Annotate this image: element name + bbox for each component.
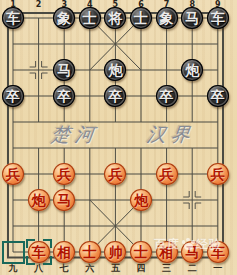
piece-red-cannon[interactable]: 炮 (130, 189, 152, 211)
piece-glyph: 卒 (160, 85, 174, 107)
piece-glyph: 兵 (6, 163, 20, 185)
piece-glyph: 士 (83, 7, 97, 29)
piece-glyph: 兵 (108, 163, 122, 185)
piece-glyph: 车 (6, 7, 20, 29)
piece-glyph: 炮 (32, 189, 46, 211)
file-label-bottom: 二 (186, 264, 198, 273)
xiangqi-board: 123456789 九八七六五四三二一 楚河 汉界 车象士将士象马车马炮炮卒卒卒… (0, 0, 237, 275)
watermark: 百度 经验 (154, 237, 222, 251)
piece-glyph: 马 (57, 59, 71, 81)
paw-icon (181, 238, 195, 251)
piece-glyph: 炮 (185, 59, 199, 81)
piece-black-chariot[interactable]: 车 (2, 7, 24, 29)
piece-black-soldier[interactable]: 卒 (207, 85, 229, 107)
file-label-bottom: 四 (135, 264, 147, 273)
river-label-han: 汉界 (138, 122, 205, 146)
last-move-from-marker (2, 241, 25, 264)
piece-glyph: 士 (83, 241, 97, 263)
piece-black-chariot[interactable]: 车 (207, 7, 229, 29)
piece-glyph: 将 (108, 7, 122, 29)
piece-black-soldier[interactable]: 卒 (156, 85, 178, 107)
piece-glyph: 象 (57, 7, 71, 29)
watermark-text-right: 经验 (196, 237, 222, 251)
piece-glyph: 帅 (108, 241, 122, 263)
piece-red-soldier[interactable]: 兵 (156, 163, 178, 185)
file-label-bottom: 七 (58, 264, 70, 273)
piece-black-advisor[interactable]: 士 (130, 7, 152, 29)
piece-red-soldier[interactable]: 兵 (207, 163, 229, 185)
last-move-to-marker (26, 239, 52, 265)
piece-red-advisor[interactable]: 士 (130, 241, 152, 263)
file-label-bottom: 六 (84, 264, 96, 273)
file-label-bottom: 一 (212, 264, 224, 273)
piece-glyph: 炮 (134, 189, 148, 211)
piece-black-soldier[interactable]: 卒 (2, 85, 24, 107)
piece-glyph: 车 (211, 7, 225, 29)
file-label-bottom: 五 (109, 264, 121, 273)
piece-glyph: 马 (185, 7, 199, 29)
piece-glyph: 兵 (211, 163, 225, 185)
piece-glyph: 象 (160, 7, 174, 29)
piece-glyph: 卒 (6, 85, 20, 107)
piece-glyph: 兵 (57, 163, 71, 185)
piece-glyph: 卒 (211, 85, 225, 107)
piece-glyph: 卒 (57, 85, 71, 107)
file-label-bottom: 三 (161, 264, 173, 273)
file-label-top: 2 (33, 0, 45, 9)
piece-red-advisor[interactable]: 士 (79, 241, 101, 263)
piece-glyph: 马 (57, 189, 71, 211)
file-label-bottom: 九 (7, 264, 19, 273)
piece-glyph: 相 (57, 241, 71, 263)
piece-glyph: 士 (134, 7, 148, 29)
piece-glyph: 卒 (108, 85, 122, 107)
piece-glyph: 兵 (160, 163, 174, 185)
piece-black-elephant[interactable]: 象 (156, 7, 178, 29)
piece-black-advisor[interactable]: 士 (79, 7, 101, 29)
river-label-chu: 楚河 (42, 122, 109, 146)
piece-red-cannon[interactable]: 炮 (28, 189, 50, 211)
file-label-bottom: 八 (33, 264, 45, 273)
piece-glyph: 炮 (108, 59, 122, 81)
watermark-text-left: 百度 (154, 237, 180, 251)
piece-glyph: 士 (134, 241, 148, 263)
piece-red-soldier[interactable]: 兵 (2, 163, 24, 185)
